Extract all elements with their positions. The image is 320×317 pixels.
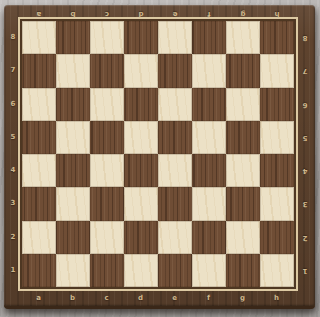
square-a4[interactable] (22, 154, 56, 187)
square-e4[interactable] (158, 154, 192, 187)
square-f5[interactable] (192, 121, 226, 154)
square-c3[interactable] (90, 187, 124, 220)
square-g7[interactable] (226, 54, 260, 87)
square-f1[interactable] (192, 254, 226, 287)
square-a6[interactable] (22, 88, 56, 121)
square-d5[interactable] (124, 121, 158, 154)
square-e3[interactable] (158, 187, 192, 220)
square-c8[interactable] (90, 21, 124, 54)
coord-top-file-g: g (240, 9, 245, 16)
square-d2[interactable] (124, 221, 158, 254)
coord-right-rank-3: 3 (303, 200, 308, 207)
square-h3[interactable] (260, 187, 294, 220)
coord-top-file-a: a (36, 9, 41, 16)
coord-left-rank-2: 2 (11, 233, 16, 240)
coord-bottom-file-f: f (207, 295, 210, 302)
square-g5[interactable] (226, 121, 260, 154)
coord-top-file-c: c (104, 9, 108, 16)
coord-right-rank-7: 7 (303, 67, 308, 74)
square-g6[interactable] (226, 88, 260, 121)
coord-bottom-file-d: d (138, 295, 143, 302)
square-h8[interactable] (260, 21, 294, 54)
square-f8[interactable] (192, 21, 226, 54)
square-e2[interactable] (158, 221, 192, 254)
square-g4[interactable] (226, 154, 260, 187)
square-h6[interactable] (260, 88, 294, 121)
coord-top-file-f: f (207, 9, 210, 16)
coord-left-rank-1: 1 (11, 266, 16, 273)
square-c5[interactable] (90, 121, 124, 154)
square-g2[interactable] (226, 221, 260, 254)
square-d1[interactable] (124, 254, 158, 287)
coord-bottom-file-h: h (274, 295, 279, 302)
board-inlay-border (18, 17, 298, 291)
coord-right-rank-4: 4 (303, 167, 308, 174)
square-g8[interactable] (226, 21, 260, 54)
square-h5[interactable] (260, 121, 294, 154)
square-b1[interactable] (56, 254, 90, 287)
coord-left-rank-5: 5 (11, 133, 16, 140)
square-f4[interactable] (192, 154, 226, 187)
coord-left-rank-7: 7 (11, 67, 16, 74)
table-surface: aabbccddeeffgghh8877665544332211 (0, 0, 320, 317)
square-g3[interactable] (226, 187, 260, 220)
square-h4[interactable] (260, 154, 294, 187)
square-e7[interactable] (158, 54, 192, 87)
coord-left-rank-3: 3 (11, 200, 16, 207)
coord-bottom-file-a: a (36, 295, 41, 302)
square-b5[interactable] (56, 121, 90, 154)
square-a5[interactable] (22, 121, 56, 154)
square-e5[interactable] (158, 121, 192, 154)
square-g1[interactable] (226, 254, 260, 287)
square-b7[interactable] (56, 54, 90, 87)
square-c4[interactable] (90, 154, 124, 187)
coord-left-rank-8: 8 (11, 34, 16, 41)
square-d4[interactable] (124, 154, 158, 187)
square-e1[interactable] (158, 254, 192, 287)
coord-right-rank-5: 5 (303, 133, 308, 140)
coord-top-file-h: h (274, 9, 279, 16)
square-f7[interactable] (192, 54, 226, 87)
coord-bottom-file-b: b (70, 295, 75, 302)
square-d6[interactable] (124, 88, 158, 121)
coord-top-file-b: b (70, 9, 75, 16)
square-h2[interactable] (260, 221, 294, 254)
coord-right-rank-2: 2 (303, 233, 308, 240)
square-c7[interactable] (90, 54, 124, 87)
square-a3[interactable] (22, 187, 56, 220)
coord-left-rank-6: 6 (11, 100, 16, 107)
square-b8[interactable] (56, 21, 90, 54)
square-a7[interactable] (22, 54, 56, 87)
square-h1[interactable] (260, 254, 294, 287)
square-b2[interactable] (56, 221, 90, 254)
square-f2[interactable] (192, 221, 226, 254)
coord-right-rank-6: 6 (303, 100, 308, 107)
square-e8[interactable] (158, 21, 192, 54)
square-d7[interactable] (124, 54, 158, 87)
square-c6[interactable] (90, 88, 124, 121)
square-f3[interactable] (192, 187, 226, 220)
coord-bottom-file-c: c (104, 295, 108, 302)
square-e6[interactable] (158, 88, 192, 121)
square-a2[interactable] (22, 221, 56, 254)
square-d8[interactable] (124, 21, 158, 54)
square-a1[interactable] (22, 254, 56, 287)
square-c2[interactable] (90, 221, 124, 254)
square-d3[interactable] (124, 187, 158, 220)
square-c1[interactable] (90, 254, 124, 287)
coord-top-file-d: d (138, 9, 143, 16)
square-b4[interactable] (56, 154, 90, 187)
coord-bottom-file-e: e (172, 295, 177, 302)
square-h7[interactable] (260, 54, 294, 87)
coord-bottom-file-g: g (240, 295, 245, 302)
coord-left-rank-4: 4 (11, 167, 16, 174)
board-grid (22, 21, 294, 287)
square-a8[interactable] (22, 21, 56, 54)
square-f6[interactable] (192, 88, 226, 121)
square-b6[interactable] (56, 88, 90, 121)
coord-right-rank-8: 8 (303, 34, 308, 41)
coord-top-file-e: e (172, 9, 177, 16)
square-b3[interactable] (56, 187, 90, 220)
coord-right-rank-1: 1 (303, 266, 308, 273)
chess-board: aabbccddeeffgghh8877665544332211 (4, 5, 315, 309)
